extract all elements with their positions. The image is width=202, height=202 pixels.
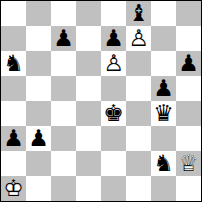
square-g5[interactable]: ♟ [151,76,176,101]
square-e1[interactable] [101,176,126,201]
square-h4[interactable] [176,101,201,126]
square-h2[interactable]: ♛♕ [176,151,201,176]
piece-outline: ♙ [101,51,126,76]
square-g8[interactable] [151,1,176,26]
piece-black-pawn: ♟ [176,51,201,76]
square-f5[interactable] [126,76,151,101]
square-f3[interactable] [126,126,151,151]
square-g6[interactable] [151,51,176,76]
square-d3[interactable] [76,126,101,151]
piece-black-bishop: ♝ [126,1,151,26]
piece-black-queen: ♛ [151,101,176,126]
square-e5[interactable] [101,76,126,101]
piece-black-pawn: ♟ [101,26,126,51]
square-d2[interactable] [76,151,101,176]
square-e4[interactable]: ♚ [101,101,126,126]
piece-outline: ♙ [126,26,151,51]
square-f6[interactable] [126,51,151,76]
square-g7[interactable] [151,26,176,51]
piece-white-pawn: ♟♙ [101,51,126,76]
square-e7[interactable]: ♟ [101,26,126,51]
square-g2[interactable]: ♞ [151,151,176,176]
piece-white-king: ♚♔ [1,176,26,201]
piece-outline: ♕ [176,151,201,176]
square-a7[interactable] [1,26,26,51]
piece-black-pawn: ♟ [51,26,76,51]
square-h6[interactable]: ♟ [176,51,201,76]
square-c8[interactable] [51,1,76,26]
square-b8[interactable] [26,1,51,26]
square-a3[interactable]: ♟ [1,126,26,151]
square-a6[interactable]: ♞ [1,51,26,76]
square-b3[interactable]: ♟ [26,126,51,151]
piece-black-knight: ♞ [151,151,176,176]
square-f2[interactable] [126,151,151,176]
square-c5[interactable] [51,76,76,101]
piece-black-king: ♚ [101,101,126,126]
square-g1[interactable] [151,176,176,201]
square-e6[interactable]: ♟♙ [101,51,126,76]
piece-black-pawn: ♟ [1,126,26,151]
square-d1[interactable] [76,176,101,201]
square-b6[interactable] [26,51,51,76]
square-g3[interactable] [151,126,176,151]
piece-outline: ♔ [1,176,26,201]
square-d4[interactable] [76,101,101,126]
square-f1[interactable] [126,176,151,201]
square-b2[interactable] [26,151,51,176]
piece-black-pawn: ♟ [151,76,176,101]
square-e2[interactable] [101,151,126,176]
square-a1[interactable]: ♚♔ [1,176,26,201]
square-d8[interactable] [76,1,101,26]
square-d7[interactable] [76,26,101,51]
square-c3[interactable] [51,126,76,151]
square-b5[interactable] [26,76,51,101]
square-h8[interactable] [176,1,201,26]
square-c1[interactable] [51,176,76,201]
square-c2[interactable] [51,151,76,176]
square-b4[interactable] [26,101,51,126]
square-c6[interactable] [51,51,76,76]
square-b1[interactable] [26,176,51,201]
square-g4[interactable]: ♛ [151,101,176,126]
square-e3[interactable] [101,126,126,151]
square-h1[interactable] [176,176,201,201]
square-a2[interactable] [1,151,26,176]
square-h7[interactable] [176,26,201,51]
piece-white-pawn: ♟♙ [126,26,151,51]
square-c4[interactable] [51,101,76,126]
square-h5[interactable] [176,76,201,101]
piece-black-pawn: ♟ [26,126,51,151]
square-b7[interactable] [26,26,51,51]
square-d6[interactable] [76,51,101,76]
piece-black-knight: ♞ [1,51,26,76]
square-d5[interactable] [76,76,101,101]
square-e8[interactable] [101,1,126,26]
square-h3[interactable] [176,126,201,151]
square-f8[interactable]: ♝ [126,1,151,26]
piece-white-queen: ♛♕ [176,151,201,176]
square-a4[interactable] [1,101,26,126]
square-a8[interactable] [1,1,26,26]
square-f7[interactable]: ♟♙ [126,26,151,51]
square-c7[interactable]: ♟ [51,26,76,51]
chess-board: ♝♟♟♟♙♞♟♙♟♟♚♛♟♟♞♛♕♚♔ [0,0,202,202]
square-a5[interactable] [1,76,26,101]
square-f4[interactable] [126,101,151,126]
